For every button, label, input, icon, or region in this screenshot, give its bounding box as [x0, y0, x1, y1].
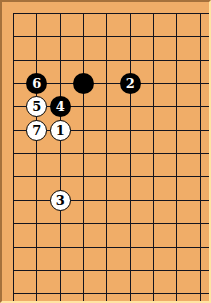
stone-black-4: 4 [50, 96, 71, 117]
stone-black-hoshi [73, 73, 94, 94]
grid-line-vertical [200, 13, 201, 301]
grid-line-horizontal [13, 200, 209, 201]
grid-line-vertical [130, 13, 131, 301]
grid-line-horizontal [13, 153, 209, 154]
grid-line-horizontal [13, 13, 209, 14]
stone-white-3: 3 [50, 190, 71, 211]
go-board-diagram: 1234567 [0, 0, 211, 303]
grid-line-horizontal [13, 36, 209, 37]
stone-white-7: 7 [26, 120, 47, 141]
grid-line-horizontal [13, 60, 209, 61]
grid-line-vertical [83, 13, 84, 301]
stone-white-1: 1 [50, 120, 71, 141]
grid-line-horizontal [13, 293, 209, 294]
grid-line-horizontal [13, 270, 209, 271]
stone-black-2: 2 [120, 73, 141, 94]
grid-line-vertical [36, 13, 37, 301]
stone-white-5: 5 [26, 96, 47, 117]
go-board-grid: 1234567 [13, 13, 209, 301]
grid-line-vertical [176, 13, 177, 301]
grid-line-vertical [13, 13, 14, 301]
stone-black-6: 6 [26, 73, 47, 94]
grid-line-vertical [106, 13, 107, 301]
grid-line-horizontal [13, 176, 209, 177]
grid-line-vertical [60, 13, 61, 301]
grid-line-horizontal [13, 223, 209, 224]
grid-line-horizontal [13, 247, 209, 248]
grid-line-vertical [153, 13, 154, 301]
